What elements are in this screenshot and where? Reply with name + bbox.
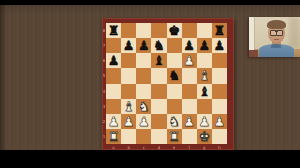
black-pawn-h7: ♟ — [212, 38, 227, 53]
square-b8 — [121, 23, 136, 38]
webcam-overlay — [249, 17, 300, 57]
white-king-g1: ♚ — [197, 129, 212, 144]
black-rook-a8: ♜ — [106, 23, 121, 38]
video-frame[interactable]: 87654321 abcdefgh ♜♚♜♟♟♞♟♟♟♟♝♟♞♝♝♝♞♟♟♟♞♟… — [0, 0, 300, 168]
square-e6 — [167, 53, 182, 68]
square-c1 — [136, 129, 151, 144]
square-e4 — [167, 84, 182, 99]
square-a5 — [106, 68, 121, 83]
black-pawn-a6: ♟ — [106, 53, 121, 68]
square-h1 — [212, 129, 227, 144]
square-g6 — [197, 53, 212, 68]
white-pawn-f2: ♟ — [182, 114, 197, 129]
letterbox-bar-top — [0, 0, 300, 5]
chess-board: 87654321 abcdefgh ♜♚♜♟♟♞♟♟♟♟♝♟♞♝♝♝♞♟♟♟♞♟… — [102, 18, 234, 150]
square-e7 — [167, 38, 182, 53]
white-knight-e2: ♞ — [167, 114, 182, 129]
square-d5 — [151, 68, 166, 83]
square-b3: ♝ — [121, 99, 136, 114]
square-c2: ♟ — [136, 114, 151, 129]
white-pawn-f6: ♟ — [182, 53, 197, 68]
black-king-e8: ♚ — [167, 23, 182, 38]
square-b5 — [121, 68, 136, 83]
white-rook-e1: ♜ — [167, 129, 182, 144]
square-a2: ♟ — [106, 114, 121, 129]
black-pawn-g7: ♟ — [197, 38, 212, 53]
square-f8 — [182, 23, 197, 38]
white-bishop-b3: ♝ — [121, 99, 136, 114]
square-g4: ♝ — [197, 84, 212, 99]
presenter-mouth — [274, 39, 279, 40]
black-rook-h8: ♜ — [212, 23, 227, 38]
presenter-glasses — [270, 30, 283, 34]
white-pawn-b2: ♟ — [121, 114, 136, 129]
square-d1 — [151, 129, 166, 144]
white-rook-a1: ♜ — [106, 129, 121, 144]
black-bishop-d6: ♝ — [151, 53, 166, 68]
square-a4 — [106, 84, 121, 99]
square-h8: ♜ — [212, 23, 227, 38]
letterbox-bar-bottom — [0, 150, 300, 168]
square-f3 — [182, 99, 197, 114]
black-pawn-f7: ♟ — [182, 38, 197, 53]
presenter-hair — [267, 20, 286, 29]
square-a6: ♟ — [106, 53, 121, 68]
square-b6 — [121, 53, 136, 68]
square-a8: ♜ — [106, 23, 121, 38]
square-d4 — [151, 84, 166, 99]
square-g5: ♝ — [197, 68, 212, 83]
square-d8 — [151, 23, 166, 38]
square-f5 — [182, 68, 197, 83]
square-b2: ♟ — [121, 114, 136, 129]
square-d3 — [151, 99, 166, 114]
white-pawn-c2: ♟ — [136, 114, 151, 129]
square-h5 — [212, 68, 227, 83]
square-f1 — [182, 129, 197, 144]
white-pawn-g2: ♟ — [197, 114, 212, 129]
square-g7: ♟ — [197, 38, 212, 53]
square-h2: ♟ — [212, 114, 227, 129]
video-content-area: 87654321 abcdefgh ♜♚♜♟♟♞♟♟♟♟♝♟♞♝♝♝♞♟♟♟♞♟… — [0, 5, 300, 150]
square-c7: ♟ — [136, 38, 151, 53]
square-c8 — [136, 23, 151, 38]
square-f4 — [182, 84, 197, 99]
webcam-corner-patch — [249, 50, 258, 57]
square-c3: ♞ — [136, 99, 151, 114]
square-c5 — [136, 68, 151, 83]
white-bishop-g5: ♝ — [197, 68, 212, 83]
black-pawn-c7: ♟ — [136, 38, 151, 53]
white-pawn-h2: ♟ — [212, 114, 227, 129]
square-h6 — [212, 53, 227, 68]
square-f7: ♟ — [182, 38, 197, 53]
white-pawn-a2: ♟ — [106, 114, 121, 129]
webcam-wall-shadow — [289, 17, 300, 49]
square-g2: ♟ — [197, 114, 212, 129]
square-e2: ♞ — [167, 114, 182, 129]
presenter-collar — [271, 44, 281, 48]
square-a7 — [106, 38, 121, 53]
black-knight-e5: ♞ — [167, 68, 182, 83]
square-e5: ♞ — [167, 68, 182, 83]
square-b7: ♟ — [121, 38, 136, 53]
board-grid: ♜♚♜♟♟♞♟♟♟♟♝♟♞♝♝♝♞♟♟♟♞♟♟♟♜♜♚ — [106, 23, 227, 144]
square-d2 — [151, 114, 166, 129]
black-pawn-b7: ♟ — [121, 38, 136, 53]
square-g3 — [197, 99, 212, 114]
square-g1: ♚ — [197, 129, 212, 144]
square-c6 — [136, 53, 151, 68]
square-e8: ♚ — [167, 23, 182, 38]
square-g8 — [197, 23, 212, 38]
square-h7: ♟ — [212, 38, 227, 53]
square-b1 — [121, 129, 136, 144]
square-a3 — [106, 99, 121, 114]
square-f6: ♟ — [182, 53, 197, 68]
square-d6: ♝ — [151, 53, 166, 68]
black-knight-d7: ♞ — [151, 38, 166, 53]
square-h3 — [212, 99, 227, 114]
white-knight-c3: ♞ — [136, 99, 151, 114]
square-h4 — [212, 84, 227, 99]
square-c4 — [136, 84, 151, 99]
square-e1: ♜ — [167, 129, 182, 144]
black-bishop-g4: ♝ — [197, 84, 212, 99]
square-e3 — [167, 99, 182, 114]
square-a1: ♜ — [106, 129, 121, 144]
square-f2: ♟ — [182, 114, 197, 129]
square-d7: ♞ — [151, 38, 166, 53]
square-b4 — [121, 84, 136, 99]
